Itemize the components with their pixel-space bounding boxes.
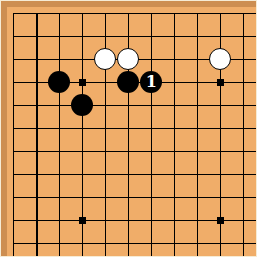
white-stone [209,48,231,70]
star-point [79,217,86,224]
go-board-diagram: 1 [0,0,257,257]
star-point [217,79,224,86]
star-point [217,217,224,224]
white-stone [117,48,139,70]
black-stone-numbered: 1 [140,71,162,93]
black-stone [71,94,93,116]
intersections-layer: 1 [2,2,255,255]
black-stone [117,71,139,93]
white-stone [94,48,116,70]
black-stone [48,71,70,93]
star-point [79,79,86,86]
move-number-label: 1 [146,74,157,90]
